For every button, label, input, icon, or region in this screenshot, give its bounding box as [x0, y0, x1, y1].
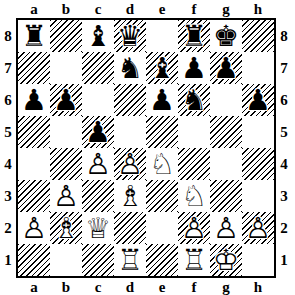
rank-label-1: 1	[1, 244, 15, 276]
square-a4[interactable]	[18, 148, 50, 180]
black-pawn: ♟	[242, 84, 274, 116]
square-c4[interactable]: ♟♙	[82, 148, 114, 180]
piece-outline: ♔	[210, 244, 242, 276]
square-f5[interactable]	[178, 116, 210, 148]
piece-outline: ♕	[82, 212, 114, 244]
square-e6[interactable]: ♟	[146, 84, 178, 116]
file-label-c: c	[82, 1, 114, 17]
piece-outline: ♙	[178, 212, 210, 244]
black-pawn: ♟	[178, 52, 210, 84]
piece-glyph: ♝	[146, 52, 178, 84]
white-king: ♚♔	[210, 244, 242, 276]
square-d5[interactable]	[114, 116, 146, 148]
rank-label-2: 2	[1, 212, 15, 244]
piece-glyph: ♞	[178, 84, 210, 116]
piece-glyph: ♟	[242, 84, 274, 116]
square-a6[interactable]: ♟	[18, 84, 50, 116]
file-label-e: e	[146, 1, 178, 17]
square-g1[interactable]: ♚♔	[210, 244, 242, 276]
square-a2[interactable]: ♟♙	[18, 212, 50, 244]
piece-glyph: ♝	[82, 20, 114, 52]
square-d1[interactable]: ♜♖	[114, 244, 146, 276]
square-e1[interactable]	[146, 244, 178, 276]
rank-labels-right: 87654321	[277, 20, 291, 276]
square-c1[interactable]	[82, 244, 114, 276]
square-d6[interactable]	[114, 84, 146, 116]
piece-glyph: ♟	[210, 52, 242, 84]
square-h5[interactable]	[242, 116, 274, 148]
square-g2[interactable]: ♟♙	[210, 212, 242, 244]
file-label-g: g	[210, 279, 242, 295]
square-a3[interactable]	[18, 180, 50, 212]
file-label-f: f	[178, 279, 210, 295]
square-h4[interactable]	[242, 148, 274, 180]
piece-outline: ♙	[114, 148, 146, 180]
square-d2[interactable]	[114, 212, 146, 244]
square-c2[interactable]: ♛♕	[82, 212, 114, 244]
square-e5[interactable]	[146, 116, 178, 148]
white-queen: ♛♕	[82, 212, 114, 244]
piece-glyph: ♟	[178, 52, 210, 84]
black-pawn: ♟	[50, 84, 82, 116]
white-bishop: ♝♗	[50, 212, 82, 244]
white-pawn: ♟♙	[242, 212, 274, 244]
square-h8[interactable]	[242, 20, 274, 52]
square-c8[interactable]: ♝	[82, 20, 114, 52]
white-rook: ♜♖	[178, 244, 210, 276]
rank-label-6: 6	[277, 84, 291, 116]
square-b8[interactable]	[50, 20, 82, 52]
rank-label-5: 5	[1, 116, 15, 148]
square-f2[interactable]: ♟♙	[178, 212, 210, 244]
piece-outline: ♙	[210, 212, 242, 244]
black-bishop: ♝	[82, 20, 114, 52]
chess-board: ♜♝♛♜♚♞♝♟♟♟♟♟♞♟♟♟♙♟♙♞♘♟♙♝♗♞♘♟♙♝♗♛♕♟♙♟♙♟♙♜…	[16, 18, 276, 278]
rank-label-3: 3	[1, 180, 15, 212]
piece-glyph: ♟	[82, 116, 114, 148]
white-knight: ♞♘	[178, 180, 210, 212]
piece-glyph: ♟	[18, 84, 50, 116]
rank-label-4: 4	[1, 148, 15, 180]
piece-outline: ♖	[114, 244, 146, 276]
square-d7[interactable]: ♞	[114, 52, 146, 84]
square-h1[interactable]	[242, 244, 274, 276]
white-pawn: ♟♙	[18, 212, 50, 244]
square-f4[interactable]	[178, 148, 210, 180]
square-g3[interactable]	[210, 180, 242, 212]
rank-label-6: 6	[1, 84, 15, 116]
black-queen: ♛	[114, 20, 146, 52]
piece-glyph: ♟	[146, 84, 178, 116]
white-pawn: ♟♙	[210, 212, 242, 244]
file-label-d: d	[114, 1, 146, 17]
black-king: ♚	[210, 20, 242, 52]
square-a5[interactable]	[18, 116, 50, 148]
square-c6[interactable]	[82, 84, 114, 116]
square-h7[interactable]	[242, 52, 274, 84]
black-pawn: ♟	[18, 84, 50, 116]
square-g4[interactable]	[210, 148, 242, 180]
white-pawn: ♟♙	[114, 148, 146, 180]
file-label-b: b	[50, 1, 82, 17]
square-e4[interactable]: ♞♘	[146, 148, 178, 180]
square-b7[interactable]	[50, 52, 82, 84]
white-pawn: ♟♙	[178, 212, 210, 244]
black-rook: ♜	[178, 20, 210, 52]
square-e3[interactable]	[146, 180, 178, 212]
black-pawn: ♟	[82, 116, 114, 148]
file-label-g: g	[210, 1, 242, 17]
square-d3[interactable]: ♝♗	[114, 180, 146, 212]
rank-label-1: 1	[277, 244, 291, 276]
white-knight: ♞♘	[146, 148, 178, 180]
white-bishop: ♝♗	[114, 180, 146, 212]
file-label-a: a	[18, 279, 50, 295]
square-f6[interactable]: ♞	[178, 84, 210, 116]
black-knight: ♞	[114, 52, 146, 84]
piece-glyph: ♟	[50, 84, 82, 116]
piece-glyph: ♚	[210, 20, 242, 52]
rank-label-7: 7	[277, 52, 291, 84]
square-c7[interactable]	[82, 52, 114, 84]
file-labels-top: abcdefgh	[18, 1, 274, 17]
piece-outline: ♘	[178, 180, 210, 212]
piece-outline: ♗	[50, 212, 82, 244]
square-h6[interactable]: ♟	[242, 84, 274, 116]
piece-outline: ♖	[178, 244, 210, 276]
black-pawn: ♟	[210, 52, 242, 84]
square-d8[interactable]: ♛	[114, 20, 146, 52]
square-h3[interactable]	[242, 180, 274, 212]
square-e7[interactable]: ♝	[146, 52, 178, 84]
piece-glyph: ♞	[114, 52, 146, 84]
square-c5[interactable]: ♟	[82, 116, 114, 148]
file-label-a: a	[18, 1, 50, 17]
rank-label-4: 4	[277, 148, 291, 180]
piece-outline: ♘	[146, 148, 178, 180]
square-g5[interactable]	[210, 116, 242, 148]
square-a7[interactable]	[18, 52, 50, 84]
piece-outline: ♙	[82, 148, 114, 180]
file-label-b: b	[50, 279, 82, 295]
piece-outline: ♙	[18, 212, 50, 244]
square-f8[interactable]: ♜	[178, 20, 210, 52]
square-d4[interactable]: ♟♙	[114, 148, 146, 180]
square-f1[interactable]: ♜♖	[178, 244, 210, 276]
file-label-f: f	[178, 1, 210, 17]
piece-outline: ♙	[50, 180, 82, 212]
rank-label-3: 3	[277, 180, 291, 212]
square-b3[interactable]: ♟♙	[50, 180, 82, 212]
rank-label-7: 7	[1, 52, 15, 84]
file-label-e: e	[146, 279, 178, 295]
square-b2[interactable]: ♝♗	[50, 212, 82, 244]
square-g8[interactable]: ♚	[210, 20, 242, 52]
square-f7[interactable]: ♟	[178, 52, 210, 84]
rank-label-8: 8	[277, 20, 291, 52]
black-rook: ♜	[18, 20, 50, 52]
piece-outline: ♗	[114, 180, 146, 212]
file-label-h: h	[242, 1, 274, 17]
white-pawn: ♟♙	[82, 148, 114, 180]
square-b1[interactable]	[50, 244, 82, 276]
square-h2[interactable]: ♟♙	[242, 212, 274, 244]
rank-label-2: 2	[277, 212, 291, 244]
piece-glyph: ♜	[18, 20, 50, 52]
square-c3[interactable]	[82, 180, 114, 212]
square-e2[interactable]	[146, 212, 178, 244]
square-e8[interactable]	[146, 20, 178, 52]
piece-outline: ♙	[242, 212, 274, 244]
white-pawn: ♟♙	[50, 180, 82, 212]
chess-diagram: abcdefgh 87654321 ♜♝♛♜♚♞♝♟♟♟♟♟♞♟♟♟♙♟♙♞♘♟…	[0, 0, 295, 295]
black-knight: ♞	[178, 84, 210, 116]
square-a8[interactable]: ♜	[18, 20, 50, 52]
square-a1[interactable]	[18, 244, 50, 276]
square-f3[interactable]: ♞♘	[178, 180, 210, 212]
rank-label-5: 5	[277, 116, 291, 148]
black-pawn: ♟	[146, 84, 178, 116]
square-b5[interactable]	[50, 116, 82, 148]
white-rook: ♜♖	[114, 244, 146, 276]
square-g6[interactable]	[210, 84, 242, 116]
file-labels-bottom: abcdefgh	[18, 279, 274, 295]
piece-glyph: ♛	[114, 20, 146, 52]
black-bishop: ♝	[146, 52, 178, 84]
file-label-c: c	[82, 279, 114, 295]
piece-glyph: ♜	[178, 20, 210, 52]
square-b4[interactable]	[50, 148, 82, 180]
square-g7[interactable]: ♟	[210, 52, 242, 84]
file-label-h: h	[242, 279, 274, 295]
rank-label-8: 8	[1, 20, 15, 52]
file-label-d: d	[114, 279, 146, 295]
rank-labels-left: 87654321	[1, 20, 15, 276]
square-b6[interactable]: ♟	[50, 84, 82, 116]
